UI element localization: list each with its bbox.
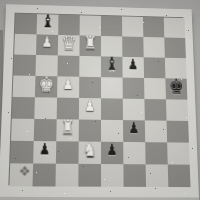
- square-e4[interactable]: [101, 98, 123, 120]
- square-h8[interactable]: [164, 18, 185, 38]
- chessboard-photo: ♝♟♛♜♝♟♚♟♚♟♜♟♟♞♟ ❖ ···: [0, 0, 200, 200]
- square-d6[interactable]: [79, 56, 101, 77]
- square-g8[interactable]: [143, 17, 164, 37]
- square-h3[interactable]: [167, 121, 189, 143]
- square-a5[interactable]: [13, 76, 36, 98]
- white-pawn-c5[interactable]: ♟: [63, 77, 74, 92]
- square-b4[interactable]: [34, 97, 57, 119]
- square-g7[interactable]: [143, 37, 165, 58]
- square-f7[interactable]: [122, 36, 143, 57]
- square-h7[interactable]: [164, 37, 186, 58]
- square-a6[interactable]: [13, 55, 36, 76]
- board-logo-icon: ❖: [13, 159, 37, 182]
- square-b3[interactable]: [34, 119, 57, 141]
- square-c5[interactable]: ♟: [57, 76, 79, 98]
- black-bishop-b8[interactable]: ♝: [41, 13, 55, 31]
- square-b5[interactable]: ♚: [35, 76, 58, 98]
- square-f6[interactable]: ♟: [122, 57, 144, 78]
- square-g1[interactable]: [146, 164, 169, 187]
- square-a3[interactable]: [11, 119, 34, 141]
- square-a4[interactable]: [12, 97, 35, 119]
- black-pawn-f6[interactable]: ♟: [128, 57, 139, 72]
- black-king-h5[interactable]: ♚: [169, 76, 184, 97]
- square-b2[interactable]: ♟: [33, 141, 56, 164]
- white-king-b5[interactable]: ♚: [38, 73, 54, 94]
- square-e6[interactable]: ♝: [101, 56, 123, 77]
- photo-noise-speckles: [0, 0, 1, 1]
- square-g5[interactable]: [144, 78, 166, 99]
- square-h2[interactable]: [167, 142, 190, 164]
- white-queen-c7[interactable]: ♛: [61, 32, 76, 53]
- square-b7[interactable]: ♟: [36, 34, 58, 55]
- square-c7[interactable]: ♛: [58, 35, 80, 56]
- square-a8[interactable]: [15, 14, 37, 35]
- black-pawn-b2[interactable]: ♟: [39, 141, 50, 157]
- square-f3[interactable]: ♟: [123, 120, 145, 142]
- square-c2[interactable]: [56, 141, 79, 164]
- square-g6[interactable]: [144, 57, 166, 78]
- square-e3[interactable]: [101, 120, 123, 142]
- square-f5[interactable]: [123, 78, 145, 99]
- square-d2[interactable]: ♞: [79, 141, 102, 164]
- black-pawn-e2[interactable]: ♟: [107, 142, 118, 158]
- black-pawn-f3[interactable]: ♟: [129, 120, 140, 135]
- white-knight-d2[interactable]: ♞: [83, 140, 97, 160]
- square-f8[interactable]: [122, 16, 143, 37]
- white-pawn-d4[interactable]: ♟: [85, 98, 96, 113]
- square-a7[interactable]: [14, 34, 36, 55]
- board-frame: ♝♟♛♜♝♟♚♟♚♟♜♟♟♞♟ ❖ ···: [0, 4, 199, 197]
- square-h1[interactable]: [168, 165, 191, 188]
- black-bishop-e6[interactable]: ♝: [105, 55, 118, 73]
- square-f4[interactable]: [123, 99, 145, 121]
- square-c6[interactable]: [57, 55, 79, 76]
- white-rook-d7[interactable]: ♜: [84, 34, 97, 52]
- square-d7[interactable]: ♜: [79, 35, 101, 56]
- square-c1[interactable]: [55, 164, 78, 187]
- square-f2[interactable]: [123, 142, 145, 164]
- square-g2[interactable]: [145, 142, 168, 164]
- square-e8[interactable]: [101, 16, 122, 37]
- square-d4[interactable]: ♟: [79, 98, 101, 120]
- square-e5[interactable]: [101, 77, 123, 98]
- board-tilt-wrapper: ♝♟♛♜♝♟♚♟♚♟♜♟♟♞♟ ❖ ···: [0, 4, 199, 199]
- white-pawn-b7[interactable]: ♟: [42, 35, 53, 50]
- square-h4[interactable]: [166, 99, 188, 121]
- white-rook-c3[interactable]: ♜: [61, 118, 75, 137]
- square-h5[interactable]: ♚: [165, 78, 187, 99]
- square-e1[interactable]: [101, 164, 124, 187]
- square-d1[interactable]: [78, 164, 101, 187]
- square-d5[interactable]: [79, 77, 101, 99]
- square-f1[interactable]: [123, 164, 146, 187]
- square-e2[interactable]: ♟: [101, 142, 123, 164]
- square-g4[interactable]: [144, 99, 166, 121]
- square-c3[interactable]: ♜: [56, 119, 79, 141]
- square-g3[interactable]: [145, 120, 167, 142]
- square-b8[interactable]: ♝: [37, 14, 59, 35]
